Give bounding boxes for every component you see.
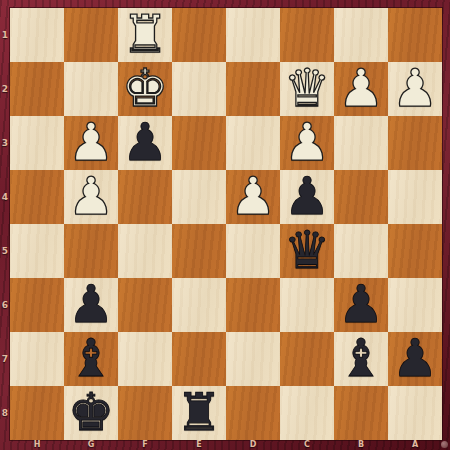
square-d4[interactable]: ♟	[226, 170, 280, 224]
piece-black-queen-c5[interactable]: ♛	[284, 224, 331, 277]
square-d6[interactable]	[226, 278, 280, 332]
file-label-g: G	[64, 440, 118, 450]
square-b6[interactable]: ♟	[334, 278, 388, 332]
square-d8[interactable]	[226, 386, 280, 440]
square-b8[interactable]	[334, 386, 388, 440]
square-g1[interactable]	[64, 8, 118, 62]
square-e5[interactable]	[172, 224, 226, 278]
square-e7[interactable]	[172, 332, 226, 386]
square-a4[interactable]	[388, 170, 442, 224]
square-f3[interactable]: ♟	[118, 116, 172, 170]
rank-label-6: 6	[0, 278, 10, 332]
square-d7[interactable]	[226, 332, 280, 386]
square-c1[interactable]	[280, 8, 334, 62]
square-h2[interactable]	[10, 62, 64, 116]
piece-white-pawn-d4[interactable]: ♟	[230, 170, 277, 223]
file-label-c: C	[280, 440, 334, 450]
square-f8[interactable]	[118, 386, 172, 440]
file-label-h: H	[10, 440, 64, 450]
square-c6[interactable]	[280, 278, 334, 332]
square-c4[interactable]: ♟	[280, 170, 334, 224]
piece-black-pawn-a7[interactable]: ♟	[392, 332, 439, 385]
square-d5[interactable]	[226, 224, 280, 278]
square-a5[interactable]	[388, 224, 442, 278]
piece-black-king-g8[interactable]: ♚	[68, 386, 115, 439]
square-f7[interactable]	[118, 332, 172, 386]
piece-white-pawn-b2[interactable]: ♟	[338, 62, 385, 115]
rank-label-8: 8	[0, 386, 10, 440]
square-e1[interactable]	[172, 8, 226, 62]
piece-white-queen-c2[interactable]: ♛	[284, 62, 331, 115]
piece-black-bishop-b7[interactable]: ♝	[338, 332, 385, 385]
piece-black-pawn-b6[interactable]: ♟	[338, 278, 385, 331]
file-label-f: F	[118, 440, 172, 450]
square-c8[interactable]	[280, 386, 334, 440]
square-c2[interactable]: ♛	[280, 62, 334, 116]
square-b3[interactable]	[334, 116, 388, 170]
square-g4[interactable]: ♟	[64, 170, 118, 224]
rank-label-1: 1	[0, 8, 10, 62]
square-h7[interactable]	[10, 332, 64, 386]
square-a7[interactable]: ♟	[388, 332, 442, 386]
square-f5[interactable]	[118, 224, 172, 278]
square-f2[interactable]: ♚	[118, 62, 172, 116]
square-e4[interactable]	[172, 170, 226, 224]
piece-white-pawn-c3[interactable]: ♟	[284, 116, 331, 169]
square-b1[interactable]	[334, 8, 388, 62]
square-h1[interactable]	[10, 8, 64, 62]
square-a1[interactable]	[388, 8, 442, 62]
rank-label-3: 3	[0, 116, 10, 170]
rank-label-2: 2	[0, 62, 10, 116]
square-g5[interactable]	[64, 224, 118, 278]
corner-dot	[441, 441, 448, 448]
piece-white-pawn-a2[interactable]: ♟	[392, 62, 439, 115]
square-g2[interactable]	[64, 62, 118, 116]
piece-black-pawn-c4[interactable]: ♟	[284, 170, 331, 223]
square-f4[interactable]	[118, 170, 172, 224]
square-g3[interactable]: ♟	[64, 116, 118, 170]
file-label-e: E	[172, 440, 226, 450]
square-c5[interactable]: ♛	[280, 224, 334, 278]
square-c7[interactable]	[280, 332, 334, 386]
piece-black-bishop-g7[interactable]: ♝	[68, 332, 115, 385]
board-frame: ♜♚♛♟♟♟♟♟♟♟♟♛♟♟♝♝♟♚♜ 12345678 HGFEDCBA	[0, 0, 450, 450]
square-b4[interactable]	[334, 170, 388, 224]
square-e6[interactable]	[172, 278, 226, 332]
rank-label-7: 7	[0, 332, 10, 386]
file-label-b: B	[334, 440, 388, 450]
piece-white-king-f2[interactable]: ♚	[122, 62, 169, 115]
piece-black-pawn-f3[interactable]: ♟	[122, 116, 169, 169]
file-label-a: A	[388, 440, 442, 450]
rank-label-5: 5	[0, 224, 10, 278]
square-a8[interactable]	[388, 386, 442, 440]
square-h4[interactable]	[10, 170, 64, 224]
square-e8[interactable]: ♜	[172, 386, 226, 440]
square-b2[interactable]: ♟	[334, 62, 388, 116]
square-a3[interactable]	[388, 116, 442, 170]
square-e2[interactable]	[172, 62, 226, 116]
piece-black-rook-e8[interactable]: ♜	[176, 386, 223, 439]
piece-white-rook-f1[interactable]: ♜	[122, 8, 169, 61]
square-h6[interactable]	[10, 278, 64, 332]
square-g6[interactable]: ♟	[64, 278, 118, 332]
square-e3[interactable]	[172, 116, 226, 170]
square-c3[interactable]: ♟	[280, 116, 334, 170]
file-label-d: D	[226, 440, 280, 450]
rank-label-4: 4	[0, 170, 10, 224]
square-a2[interactable]: ♟	[388, 62, 442, 116]
square-f1[interactable]: ♜	[118, 8, 172, 62]
square-h3[interactable]	[10, 116, 64, 170]
board: ♜♚♛♟♟♟♟♟♟♟♟♛♟♟♝♝♟♚♜	[10, 8, 442, 440]
square-d2[interactable]	[226, 62, 280, 116]
file-labels: HGFEDCBA	[10, 440, 442, 450]
square-a6[interactable]	[388, 278, 442, 332]
square-d1[interactable]	[226, 8, 280, 62]
piece-black-pawn-g6[interactable]: ♟	[68, 278, 115, 331]
square-b5[interactable]	[334, 224, 388, 278]
piece-white-pawn-g3[interactable]: ♟	[68, 116, 115, 169]
square-h5[interactable]	[10, 224, 64, 278]
square-g7[interactable]: ♝	[64, 332, 118, 386]
square-b7[interactable]: ♝	[334, 332, 388, 386]
square-g8[interactable]: ♚	[64, 386, 118, 440]
piece-white-pawn-g4[interactable]: ♟	[68, 170, 115, 223]
square-h8[interactable]	[10, 386, 64, 440]
square-f6[interactable]	[118, 278, 172, 332]
rank-labels: 12345678	[0, 8, 10, 440]
square-d3[interactable]	[226, 116, 280, 170]
